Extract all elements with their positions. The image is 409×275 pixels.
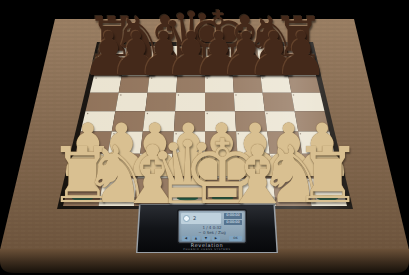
lcd-info-line-2: ~ 0 Sek / Zug (179, 231, 245, 236)
lcd-softkey-5[interactable]: OK (229, 236, 242, 241)
white-disc-icon (183, 215, 190, 222)
lcd-side-to-move-panel: 2 (181, 213, 221, 224)
clock-top: 0:00:00 (224, 213, 242, 219)
brand-logo-subtitle: phoenix chess systems (139, 248, 275, 252)
lcd-softkey-2[interactable]: ▲ (192, 236, 200, 241)
lcd-screen: 2 0:00:00 0:00:00 1 / 4 0:32 ~ 0 Sek / Z… (178, 210, 246, 243)
piece-black-pawn-h7[interactable]: ♟ (274, 24, 329, 85)
chess-computer-photo: ♜♞♝♛♚♝♞♜♟♟♟♟♟♟♟♟♟♟♟♟♟♟♟♟♜♞♝♛♚♝♞♜ 2 0:00:… (0, 0, 409, 275)
clock-bottom: 0:00:00 (224, 220, 242, 226)
brand-logo: Revelation phoenix chess systems (139, 243, 275, 252)
lcd-softkey-3[interactable]: ▼ (202, 236, 210, 241)
lcd-softkey-4[interactable]: ▶ (212, 236, 220, 241)
piece-white-rook-h1[interactable]: ♜ (293, 138, 362, 215)
lcd-side-indicator-label: 2 (193, 215, 196, 221)
lcd-softkey-1[interactable]: ◀ (182, 236, 190, 241)
